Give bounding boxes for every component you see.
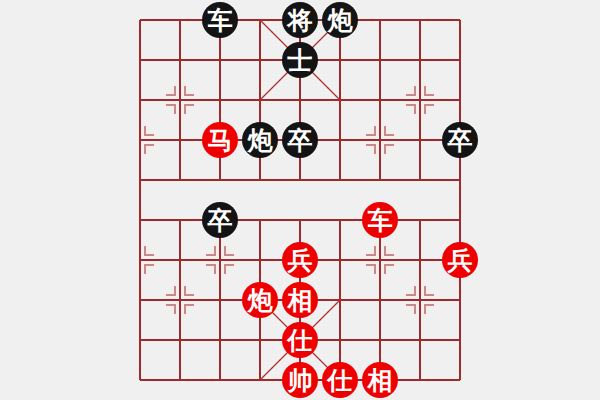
piece-red-advisor-2[interactable]: 仕 bbox=[322, 362, 358, 398]
piece-red-soldier-1[interactable]: 兵 bbox=[282, 242, 318, 278]
piece-red-elephant-2[interactable]: 相 bbox=[362, 362, 398, 398]
piece-red-chariot[interactable]: 车 bbox=[362, 202, 398, 238]
piece-black-cannon-1[interactable]: 炮 bbox=[322, 2, 358, 38]
piece-black-soldier-2[interactable]: 卒 bbox=[442, 122, 478, 158]
piece-red-general[interactable]: 帅 bbox=[282, 362, 318, 398]
piece-red-advisor-1[interactable]: 仕 bbox=[282, 322, 318, 358]
piece-black-soldier-1[interactable]: 卒 bbox=[282, 122, 318, 158]
piece-black-soldier-3[interactable]: 卒 bbox=[202, 202, 238, 238]
piece-red-cannon[interactable]: 炮 bbox=[242, 282, 278, 318]
piece-black-cannon-2[interactable]: 炮 bbox=[242, 122, 278, 158]
piece-black-general[interactable]: 将 bbox=[282, 2, 318, 38]
pieces-layer: 车将炮士马炮卒卒卒车兵兵炮相仕帅仕相 bbox=[120, 0, 480, 400]
piece-black-advisor[interactable]: 士 bbox=[282, 42, 318, 78]
xiangqi-board: 车将炮士马炮卒卒卒车兵兵炮相仕帅仕相 bbox=[0, 0, 600, 400]
piece-black-chariot[interactable]: 车 bbox=[202, 2, 238, 38]
piece-red-elephant-1[interactable]: 相 bbox=[282, 282, 318, 318]
piece-red-horse[interactable]: 马 bbox=[202, 122, 238, 158]
piece-red-soldier-2[interactable]: 兵 bbox=[442, 242, 478, 278]
